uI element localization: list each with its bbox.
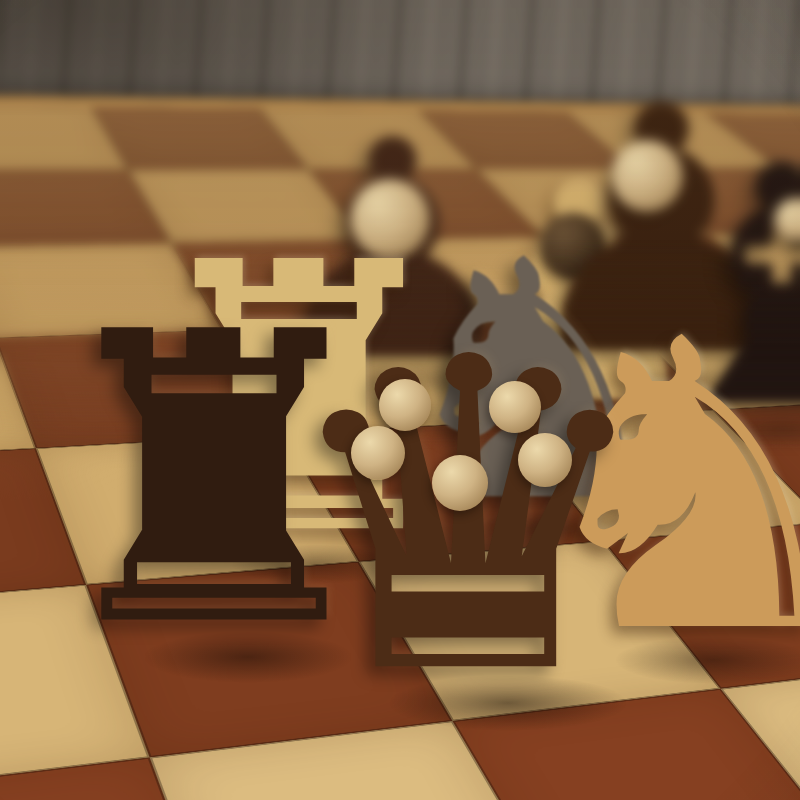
light-ball-finial [379, 379, 431, 431]
pieces-layer: ♟♟♟♝♞♜♜♞♛ [0, 0, 800, 800]
piece-queen-d2-dark: ♛ [275, 302, 661, 732]
light-ball-finial [351, 426, 405, 480]
dark-queen-glyph: ♛ [275, 302, 661, 732]
light-ball-finial [432, 455, 488, 511]
light-ball-finial [518, 433, 572, 487]
light-ball-finial [489, 381, 541, 433]
photo-stage: ♟♟♟♝♞♜♜♞♛ [0, 0, 800, 800]
